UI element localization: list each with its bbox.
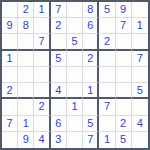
cell-r5c5-empty[interactable]: [67, 67, 83, 83]
cell-r3c6-empty[interactable]: [83, 34, 99, 50]
cell-r8c2-given-1[interactable]: 1: [18, 116, 34, 132]
cell-r4c2-empty[interactable]: [18, 51, 34, 67]
cell-r4c9-given-7[interactable]: 7: [132, 51, 148, 67]
cell-r3c9-empty[interactable]: [132, 34, 148, 50]
cell-r5c7-empty[interactable]: [99, 67, 115, 83]
cell-r3c8-empty[interactable]: [116, 34, 132, 50]
cell-r1c9-empty[interactable]: [132, 2, 148, 18]
cell-r6c7-empty[interactable]: [99, 83, 115, 99]
cell-r5c8-empty[interactable]: [116, 67, 132, 83]
cell-r5c6-empty[interactable]: [83, 67, 99, 83]
cell-r1c6-given-8[interactable]: 8: [83, 2, 99, 18]
cell-r3c2-empty[interactable]: [18, 34, 34, 50]
cell-r7c6-empty[interactable]: [83, 99, 99, 115]
cell-r5c1-empty[interactable]: [2, 67, 18, 83]
cell-r3c5-given-5[interactable]: 5: [67, 34, 83, 50]
cell-r2c5-empty[interactable]: [67, 18, 83, 34]
cell-r2c3-empty[interactable]: [34, 18, 50, 34]
cell-r4c6-given-2[interactable]: 2: [83, 51, 99, 67]
cell-r6c6-given-1[interactable]: 1: [83, 83, 99, 99]
cell-r4c7-empty[interactable]: [99, 51, 115, 67]
cell-r9c4-given-3[interactable]: 3: [51, 132, 67, 148]
cell-r6c2-empty[interactable]: [18, 83, 34, 99]
cell-r5c4-empty[interactable]: [51, 67, 67, 83]
cell-r9c6-given-7[interactable]: 7: [83, 132, 99, 148]
cell-r8c1-given-7[interactable]: 7: [2, 116, 18, 132]
cell-r1c2-given-2[interactable]: 2: [18, 2, 34, 18]
cell-r6c1-given-2[interactable]: 2: [2, 83, 18, 99]
cell-r7c4-empty[interactable]: [51, 99, 67, 115]
cell-r8c6-given-5[interactable]: 5: [83, 116, 99, 132]
cell-r2c6-given-6[interactable]: 6: [83, 18, 99, 34]
cell-r4c1-given-1[interactable]: 1: [2, 51, 18, 67]
cell-r8c7-empty[interactable]: [99, 116, 115, 132]
cell-r3c3-given-7[interactable]: 7: [34, 34, 50, 50]
cell-r1c7-given-5[interactable]: 5: [99, 2, 115, 18]
cell-r9c7-given-1[interactable]: 1: [99, 132, 115, 148]
cell-r9c8-given-5[interactable]: 5: [116, 132, 132, 148]
cell-r1c5-empty[interactable]: [67, 2, 83, 18]
cell-r7c9-empty[interactable]: [132, 99, 148, 115]
cell-r7c1-empty[interactable]: [2, 99, 18, 115]
cell-r8c8-given-2[interactable]: 2: [116, 116, 132, 132]
cell-r9c9-empty[interactable]: [132, 132, 148, 148]
cell-r2c9-given-1[interactable]: 1: [132, 18, 148, 34]
cell-r9c5-empty[interactable]: [67, 132, 83, 148]
cell-r6c3-empty[interactable]: [34, 83, 50, 99]
cell-r5c3-empty[interactable]: [34, 67, 50, 83]
sudoku-board: 21785998267175215272415217716524943715: [0, 0, 150, 150]
cell-r4c5-empty[interactable]: [67, 51, 83, 67]
cell-r2c8-given-7[interactable]: 7: [116, 18, 132, 34]
cell-r4c8-empty[interactable]: [116, 51, 132, 67]
cell-r3c7-given-2[interactable]: 2: [99, 34, 115, 50]
cell-r1c3-given-1[interactable]: 1: [34, 2, 50, 18]
cell-r7c5-given-1[interactable]: 1: [67, 99, 83, 115]
cell-r7c3-given-2[interactable]: 2: [34, 99, 50, 115]
cell-r8c5-empty[interactable]: [67, 116, 83, 132]
cell-r9c2-given-9[interactable]: 9: [18, 132, 34, 148]
cell-r2c4-given-2[interactable]: 2: [51, 18, 67, 34]
cell-r5c9-empty[interactable]: [132, 67, 148, 83]
cell-r1c8-given-9[interactable]: 9: [116, 2, 132, 18]
cell-r2c1-given-9[interactable]: 9: [2, 18, 18, 34]
cell-r1c4-given-7[interactable]: 7: [51, 2, 67, 18]
cell-r6c9-given-5[interactable]: 5: [132, 83, 148, 99]
cell-r9c3-given-4[interactable]: 4: [34, 132, 50, 148]
cell-r3c1-empty[interactable]: [2, 34, 18, 50]
cell-r6c4-given-4[interactable]: 4: [51, 83, 67, 99]
cell-r7c7-given-7[interactable]: 7: [99, 99, 115, 115]
cell-r4c3-empty[interactable]: [34, 51, 50, 67]
cell-r6c8-empty[interactable]: [116, 83, 132, 99]
cell-r8c3-empty[interactable]: [34, 116, 50, 132]
cell-r3c4-empty[interactable]: [51, 34, 67, 50]
cell-r7c2-empty[interactable]: [18, 99, 34, 115]
cell-r7c8-empty[interactable]: [116, 99, 132, 115]
cell-r6c5-empty[interactable]: [67, 83, 83, 99]
cell-r5c2-empty[interactable]: [18, 67, 34, 83]
cell-r2c2-given-8[interactable]: 8: [18, 18, 34, 34]
cell-r4c4-given-5[interactable]: 5: [51, 51, 67, 67]
cell-r8c9-given-4[interactable]: 4: [132, 116, 148, 132]
cell-r2c7-empty[interactable]: [99, 18, 115, 34]
cell-r1c1-empty[interactable]: [2, 2, 18, 18]
cell-r9c1-empty[interactable]: [2, 132, 18, 148]
cell-r8c4-given-6[interactable]: 6: [51, 116, 67, 132]
